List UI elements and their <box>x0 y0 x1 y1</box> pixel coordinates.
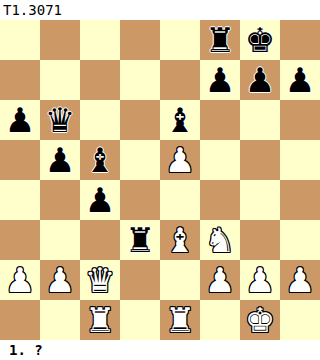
square-f2[interactable]: ♟ <box>200 260 240 300</box>
white-pawn[interactable]: ♟ <box>165 140 195 180</box>
square-f5[interactable] <box>200 140 240 180</box>
square-b8[interactable] <box>40 20 80 60</box>
square-d3[interactable]: ♜ <box>120 220 160 260</box>
square-a6[interactable]: ♟ <box>0 100 40 140</box>
white-king[interactable]: ♚ <box>245 300 275 340</box>
puzzle-header: T1.3071 <box>0 0 320 20</box>
white-pawn[interactable]: ♟ <box>5 260 35 300</box>
square-e8[interactable] <box>160 20 200 60</box>
square-d6[interactable] <box>120 100 160 140</box>
square-g1[interactable]: ♚ <box>240 300 280 340</box>
black-rook[interactable]: ♜ <box>205 20 235 60</box>
square-b1[interactable] <box>40 300 80 340</box>
square-d2[interactable] <box>120 260 160 300</box>
white-pawn[interactable]: ♟ <box>285 260 315 300</box>
black-bishop[interactable]: ♝ <box>165 100 195 140</box>
chess-board: ♜♚♟♟♟♟♛♝♟♝♟♟♜♝♞♟♟♛♟♟♟♜♜♚ <box>0 20 320 340</box>
white-rook[interactable]: ♜ <box>165 300 195 340</box>
square-c2[interactable]: ♛ <box>80 260 120 300</box>
move-prompt: 1. ? <box>9 342 43 358</box>
square-d7[interactable] <box>120 60 160 100</box>
black-queen[interactable]: ♛ <box>45 100 75 140</box>
square-h3[interactable] <box>280 220 320 260</box>
white-rook[interactable]: ♜ <box>85 300 115 340</box>
square-f8[interactable]: ♜ <box>200 20 240 60</box>
white-knight[interactable]: ♞ <box>205 220 235 260</box>
square-e2[interactable] <box>160 260 200 300</box>
square-e3[interactable]: ♝ <box>160 220 200 260</box>
square-h8[interactable] <box>280 20 320 60</box>
square-f1[interactable] <box>200 300 240 340</box>
square-b5[interactable]: ♟ <box>40 140 80 180</box>
square-g5[interactable] <box>240 140 280 180</box>
square-d8[interactable] <box>120 20 160 60</box>
white-pawn[interactable]: ♟ <box>205 260 235 300</box>
square-a4[interactable] <box>0 180 40 220</box>
square-f7[interactable]: ♟ <box>200 60 240 100</box>
square-h6[interactable] <box>280 100 320 140</box>
square-g3[interactable] <box>240 220 280 260</box>
square-b3[interactable] <box>40 220 80 260</box>
square-e1[interactable]: ♜ <box>160 300 200 340</box>
square-c5[interactable]: ♝ <box>80 140 120 180</box>
white-pawn[interactable]: ♟ <box>45 260 75 300</box>
square-e6[interactable]: ♝ <box>160 100 200 140</box>
black-pawn[interactable]: ♟ <box>85 180 115 220</box>
square-g6[interactable] <box>240 100 280 140</box>
black-pawn[interactable]: ♟ <box>245 60 275 100</box>
puzzle-title: T1.3071 <box>3 2 62 18</box>
square-g7[interactable]: ♟ <box>240 60 280 100</box>
square-g2[interactable]: ♟ <box>240 260 280 300</box>
square-d1[interactable] <box>120 300 160 340</box>
square-a8[interactable] <box>0 20 40 60</box>
square-a7[interactable] <box>0 60 40 100</box>
square-g8[interactable]: ♚ <box>240 20 280 60</box>
black-pawn[interactable]: ♟ <box>45 140 75 180</box>
black-pawn[interactable]: ♟ <box>285 60 315 100</box>
square-c6[interactable] <box>80 100 120 140</box>
white-queen[interactable]: ♛ <box>85 260 115 300</box>
square-g4[interactable] <box>240 180 280 220</box>
square-h4[interactable] <box>280 180 320 220</box>
black-rook[interactable]: ♜ <box>125 220 155 260</box>
square-h7[interactable]: ♟ <box>280 60 320 100</box>
square-e4[interactable] <box>160 180 200 220</box>
square-b6[interactable]: ♛ <box>40 100 80 140</box>
square-e5[interactable]: ♟ <box>160 140 200 180</box>
square-b2[interactable]: ♟ <box>40 260 80 300</box>
square-e7[interactable] <box>160 60 200 100</box>
black-pawn[interactable]: ♟ <box>5 100 35 140</box>
black-king[interactable]: ♚ <box>245 20 275 60</box>
black-pawn[interactable]: ♟ <box>205 60 235 100</box>
square-h1[interactable] <box>280 300 320 340</box>
square-a5[interactable] <box>0 140 40 180</box>
square-c1[interactable]: ♜ <box>80 300 120 340</box>
white-pawn[interactable]: ♟ <box>245 260 275 300</box>
square-f4[interactable] <box>200 180 240 220</box>
square-f6[interactable] <box>200 100 240 140</box>
square-h2[interactable]: ♟ <box>280 260 320 300</box>
square-c8[interactable] <box>80 20 120 60</box>
square-b7[interactable] <box>40 60 80 100</box>
square-a2[interactable]: ♟ <box>0 260 40 300</box>
square-b4[interactable] <box>40 180 80 220</box>
square-c4[interactable]: ♟ <box>80 180 120 220</box>
square-d4[interactable] <box>120 180 160 220</box>
square-a3[interactable] <box>0 220 40 260</box>
square-c7[interactable] <box>80 60 120 100</box>
square-a1[interactable] <box>0 300 40 340</box>
square-c3[interactable] <box>80 220 120 260</box>
square-f3[interactable]: ♞ <box>200 220 240 260</box>
black-bishop[interactable]: ♝ <box>85 140 115 180</box>
move-prompt-bar: 1. ? <box>0 340 320 360</box>
square-h5[interactable] <box>280 140 320 180</box>
square-d5[interactable] <box>120 140 160 180</box>
white-bishop[interactable]: ♝ <box>165 220 195 260</box>
